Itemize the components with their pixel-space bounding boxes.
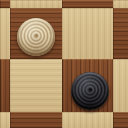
board-grid xyxy=(0,0,128,128)
black-checker-center-dot xyxy=(89,88,92,91)
white-checker-center-dot xyxy=(35,34,38,37)
square-r3-c1-dark[interactable] xyxy=(0,59,10,112)
square-r4-c2-dark[interactable] xyxy=(10,112,62,128)
square-r2-c3-light xyxy=(62,8,113,59)
square-r4-c3-light xyxy=(62,112,113,128)
checkers-board-view xyxy=(0,0,128,128)
square-r2-c4-dark[interactable] xyxy=(113,8,128,59)
square-r1-c2-light xyxy=(10,0,62,8)
square-r3-c4-light xyxy=(113,59,128,112)
square-r1-c3-dark[interactable] xyxy=(62,0,113,8)
square-r1-c4-light xyxy=(113,0,128,8)
square-r3-c2-light xyxy=(10,59,62,112)
white-checker-piece[interactable] xyxy=(17,18,55,56)
square-r4-c1-light xyxy=(0,112,10,128)
square-r2-c1-light xyxy=(0,8,10,59)
black-checker-piece[interactable] xyxy=(71,72,109,110)
square-r4-c4-dark[interactable] xyxy=(113,112,128,128)
square-r1-c1-dark[interactable] xyxy=(0,0,10,8)
